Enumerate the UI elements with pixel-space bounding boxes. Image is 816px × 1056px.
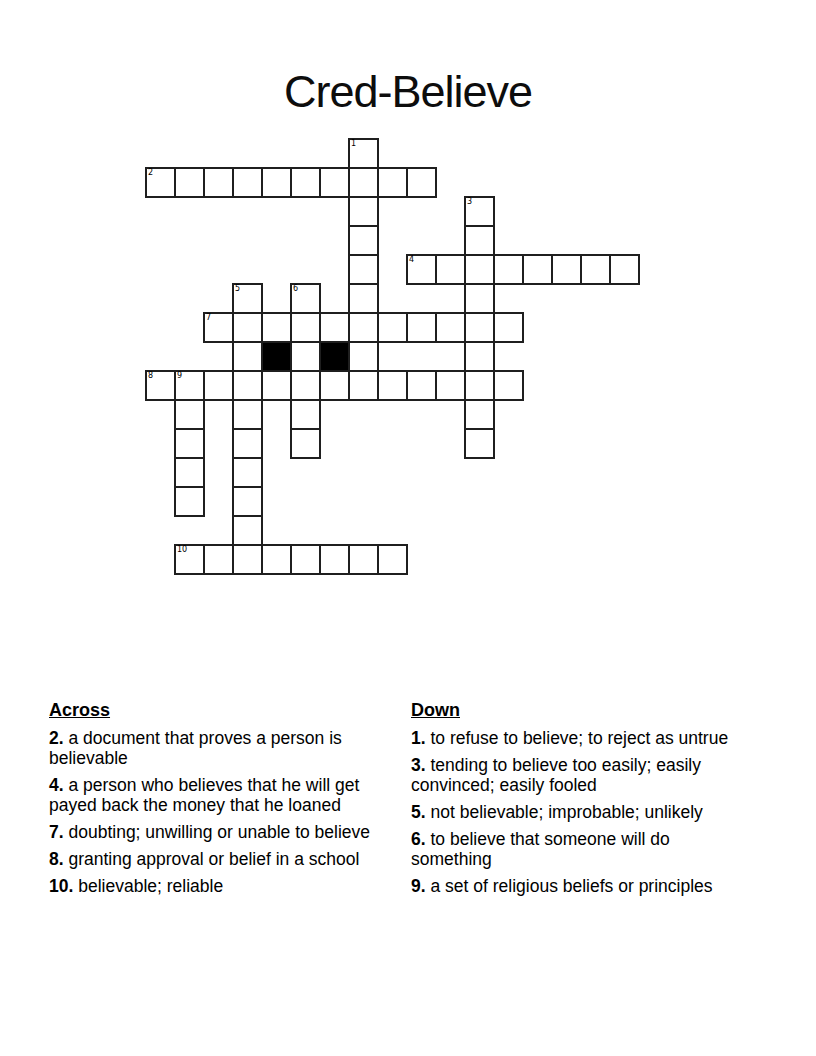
grid-cell[interactable]	[349, 197, 378, 226]
grid-cell[interactable]	[581, 255, 610, 284]
across-clue: 2. a document that proves a person is be…	[49, 728, 383, 768]
grid-cell[interactable]	[378, 313, 407, 342]
grid-cell[interactable]	[320, 371, 349, 400]
cell-number-label: 5	[235, 284, 240, 294]
grid-cell[interactable]	[291, 342, 320, 371]
grid-cell[interactable]	[465, 400, 494, 429]
grid-cell[interactable]	[175, 168, 204, 197]
grid-cell[interactable]	[233, 342, 262, 371]
grid-cell[interactable]	[465, 313, 494, 342]
grid-cell[interactable]	[465, 429, 494, 458]
grid-cell[interactable]	[552, 255, 581, 284]
clue-number: 8.	[49, 849, 64, 869]
grid-cell[interactable]	[291, 400, 320, 429]
grid-cell[interactable]	[407, 371, 436, 400]
grid-cell[interactable]	[233, 400, 262, 429]
clue-number: 5.	[411, 802, 426, 822]
grid-cell[interactable]	[233, 458, 262, 487]
grid-cell[interactable]	[175, 429, 204, 458]
cell-number-label: 6	[293, 284, 298, 294]
grid-cell[interactable]	[204, 371, 233, 400]
cell-number-label: 4	[409, 255, 414, 265]
grid-cell[interactable]	[204, 545, 233, 574]
grid-cell[interactable]: 6	[291, 284, 320, 313]
puzzle-page: Cred-Believe 12345678910 Across 2. a doc…	[0, 0, 816, 1056]
grid-cell[interactable]	[349, 226, 378, 255]
grid-cell[interactable]: 9	[175, 371, 204, 400]
across-clue-list: 2. a document that proves a person is be…	[49, 728, 383, 896]
clue-number: 1.	[411, 728, 426, 748]
grid-cell[interactable]	[436, 371, 465, 400]
grid-cell[interactable]	[320, 168, 349, 197]
blocked-cell	[320, 342, 349, 371]
grid-cell[interactable]: 10	[175, 545, 204, 574]
grid-cell[interactable]	[349, 255, 378, 284]
clue-number: 9.	[411, 876, 426, 896]
across-clue: 8. granting approval or belief in a scho…	[49, 849, 383, 869]
grid-cell[interactable]	[233, 429, 262, 458]
grid-cell[interactable]: 7	[204, 313, 233, 342]
cell-number-label: 8	[148, 371, 153, 381]
crossword-grid: 12345678910	[146, 139, 639, 574]
grid-cell[interactable]	[494, 255, 523, 284]
down-clue: 5. not believable; improbable; unlikely	[411, 802, 749, 822]
grid-cell[interactable]	[349, 342, 378, 371]
down-heading: Down	[411, 700, 749, 721]
clue-number: 6.	[411, 829, 426, 849]
grid-cell[interactable]	[291, 545, 320, 574]
grid-cell[interactable]	[465, 226, 494, 255]
grid-cell[interactable]: 8	[146, 371, 175, 400]
clue-number: 4.	[49, 775, 64, 795]
grid-cell[interactable]	[233, 371, 262, 400]
cell-number-label: 1	[351, 139, 356, 149]
down-clue: 9. a set of religious beliefs or princip…	[411, 876, 749, 896]
grid-cell[interactable]	[349, 371, 378, 400]
blocked-cell	[262, 342, 291, 371]
cell-number-label: 9	[177, 371, 182, 381]
grid-cell[interactable]	[291, 429, 320, 458]
down-clue: 1. to refuse to believe; to reject as un…	[411, 728, 749, 748]
grid-cell[interactable]	[175, 400, 204, 429]
grid-cell[interactable]	[494, 313, 523, 342]
cell-number-label: 2	[148, 168, 153, 178]
grid-cell[interactable]	[262, 545, 291, 574]
grid-cell[interactable]	[233, 545, 262, 574]
grid-cell[interactable]: 4	[407, 255, 436, 284]
grid-cell[interactable]	[465, 342, 494, 371]
grid-cell[interactable]	[407, 168, 436, 197]
cell-number-label: 7	[206, 313, 211, 323]
grid-cell[interactable]	[349, 284, 378, 313]
grid-cell[interactable]	[610, 255, 639, 284]
grid-cell[interactable]	[233, 516, 262, 545]
grid-cell[interactable]	[262, 168, 291, 197]
grid-cell[interactable]	[175, 458, 204, 487]
across-heading: Across	[49, 700, 383, 721]
grid-cell[interactable]	[320, 313, 349, 342]
grid-cell[interactable]: 5	[233, 284, 262, 313]
grid-cell[interactable]	[262, 313, 291, 342]
grid-cell[interactable]: 1	[349, 139, 378, 168]
across-clue: 4. a person who believes that he will ge…	[49, 775, 383, 815]
grid-cell[interactable]	[465, 255, 494, 284]
grid-cell[interactable]	[378, 371, 407, 400]
cell-number-label: 10	[177, 545, 187, 555]
clue-number: 2.	[49, 728, 64, 748]
grid-cell[interactable]	[465, 284, 494, 313]
grid-cell[interactable]	[175, 487, 204, 516]
grid-cell[interactable]	[523, 255, 552, 284]
across-clue: 7. doubting; unwilling or unable to beli…	[49, 822, 383, 842]
down-clues-section: Down 1. to refuse to believe; to reject …	[411, 700, 749, 903]
grid-cell[interactable]	[349, 545, 378, 574]
across-clues-section: Across 2. a document that proves a perso…	[49, 700, 383, 903]
clue-number: 10.	[49, 876, 73, 896]
grid-cell[interactable]	[291, 371, 320, 400]
grid-cell[interactable]	[262, 371, 291, 400]
grid-cell[interactable]	[233, 487, 262, 516]
grid-cell[interactable]	[204, 168, 233, 197]
grid-cell[interactable]: 2	[146, 168, 175, 197]
grid-cell[interactable]	[349, 313, 378, 342]
across-clue: 10. believable; reliable	[49, 876, 383, 896]
down-clue: 6. to believe that someone will do somet…	[411, 829, 749, 869]
grid-cell[interactable]	[436, 313, 465, 342]
grid-cell[interactable]	[465, 371, 494, 400]
grid-cell[interactable]	[291, 168, 320, 197]
puzzle-title: Cred-Believe	[0, 66, 816, 118]
grid-cell[interactable]	[436, 255, 465, 284]
clue-number: 3.	[411, 755, 426, 775]
grid-cell[interactable]	[291, 313, 320, 342]
grid-cell[interactable]	[378, 168, 407, 197]
down-clue-list: 1. to refuse to believe; to reject as un…	[411, 728, 749, 896]
clue-number: 7.	[49, 822, 64, 842]
grid-cell[interactable]	[233, 313, 262, 342]
grid-cell[interactable]	[233, 168, 262, 197]
grid-cell[interactable]	[320, 545, 349, 574]
grid-cell[interactable]: 3	[465, 197, 494, 226]
cell-number-label: 3	[467, 197, 472, 207]
grid-cell[interactable]	[494, 371, 523, 400]
grid-cell[interactable]	[378, 545, 407, 574]
grid-cell[interactable]	[407, 313, 436, 342]
grid-cell[interactable]	[349, 168, 378, 197]
down-clue: 3. tending to believe too easily; easily…	[411, 755, 749, 795]
